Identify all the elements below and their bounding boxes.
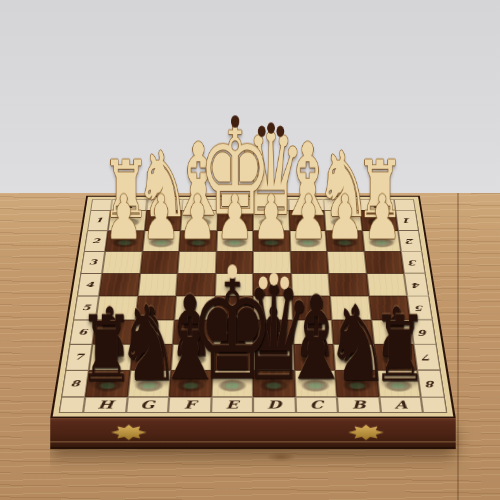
file-label-a-bottom: A bbox=[379, 397, 423, 413]
file-label-b-bottom: B bbox=[337, 397, 381, 413]
piece-black-king[interactable]: ♚ bbox=[189, 260, 274, 400]
brass-hinge-right bbox=[348, 425, 383, 441]
piece-white-pawn[interactable]: ♟ bbox=[179, 187, 216, 248]
folding-box-front-edge bbox=[50, 418, 456, 449]
border-corner bbox=[59, 397, 85, 413]
square-b2[interactable]: ♟ bbox=[326, 231, 364, 252]
rank-label-2-right: 2 bbox=[398, 231, 422, 252]
square-c2[interactable]: ♟ bbox=[289, 231, 327, 252]
square-e8[interactable]: ♚ bbox=[211, 370, 253, 397]
chess-set-photo: HGFEDCBA1♜♞♝♚♛♝♞♜12♟♟♟♟♟♟♟♟2334455667♟♟♟… bbox=[0, 0, 500, 500]
piece-white-pawn[interactable]: ♟ bbox=[363, 187, 400, 248]
board-outer-rim: HGFEDCBA1♜♞♝♚♛♝♞♜12♟♟♟♟♟♟♟♟2334455667♟♟♟… bbox=[50, 196, 456, 418]
square-g2[interactable]: ♟ bbox=[142, 231, 180, 252]
piece-white-pawn[interactable]: ♟ bbox=[290, 187, 327, 248]
square-h2[interactable]: ♟ bbox=[105, 231, 144, 252]
rank-label-3-right: 3 bbox=[401, 251, 426, 273]
square-h3[interactable] bbox=[102, 251, 142, 273]
square-a3[interactable] bbox=[364, 251, 404, 273]
board-pivot: HGFEDCBA1♜♞♝♚♛♝♞♜12♟♟♟♟♟♟♟♟2334455667♟♟♟… bbox=[50, 196, 456, 418]
piece-white-pawn[interactable]: ♟ bbox=[253, 187, 290, 248]
rank-label-3-left: 3 bbox=[81, 251, 106, 273]
square-b3[interactable] bbox=[327, 251, 366, 273]
square-a2[interactable]: ♟ bbox=[362, 231, 401, 252]
piece-white-pawn[interactable]: ♟ bbox=[105, 187, 142, 248]
file-label-c-bottom: C bbox=[295, 397, 338, 413]
brass-hinge-left bbox=[111, 425, 146, 441]
file-label-g-bottom: G bbox=[126, 397, 170, 413]
piece-white-pawn[interactable]: ♟ bbox=[142, 187, 179, 248]
file-label-h-bottom: H bbox=[83, 397, 127, 413]
board-scene: HGFEDCBA1♜♞♝♚♛♝♞♜12♟♟♟♟♟♟♟♟2334455667♟♟♟… bbox=[0, 0, 500, 500]
square-g3[interactable] bbox=[140, 251, 179, 273]
piece-white-pawn[interactable]: ♟ bbox=[327, 187, 364, 248]
chess-board: HGFEDCBA1♜♞♝♚♛♝♞♜12♟♟♟♟♟♟♟♟2334455667♟♟♟… bbox=[59, 199, 447, 413]
border-corner bbox=[421, 397, 447, 413]
piece-white-pawn[interactable]: ♟ bbox=[216, 187, 253, 248]
